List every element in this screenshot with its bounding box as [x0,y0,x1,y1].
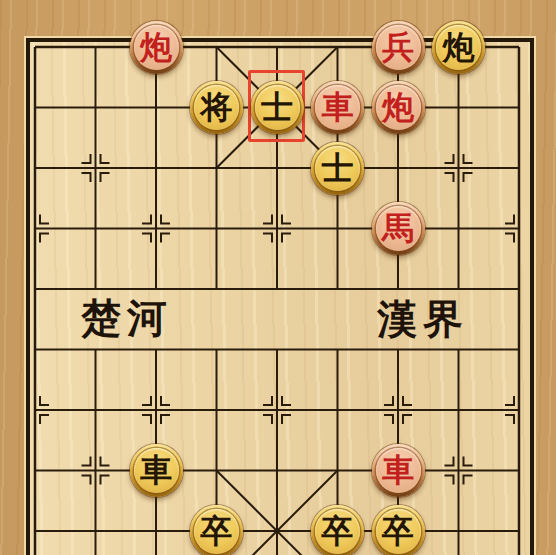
board-cell: 車 [368,440,429,501]
piece-character: 炮 [432,21,485,74]
piece-black-cannon[interactable]: 炮 [432,21,485,74]
piece-character: 士 [251,81,304,134]
piece-character: 馬 [372,202,425,255]
piece-red-horse[interactable]: 馬 [372,202,425,255]
piece-character: 車 [372,444,425,497]
piece-black-general[interactable]: 将 [190,81,243,134]
board-cell: 士 [307,138,368,199]
piece-red-soldier[interactable]: 兵 [372,21,425,74]
board-cell: 車 [307,77,368,138]
board-cell: 炮 [368,77,429,138]
piece-character: 将 [190,81,243,134]
piece-black-advisor[interactable]: 士 [311,142,364,195]
board-cell: 炮 [126,17,187,78]
piece-black-soldier[interactable]: 卒 [311,505,364,555]
board-cell: 兵 [368,17,429,78]
piece-black-soldier[interactable]: 卒 [372,505,425,555]
board-cell: 炮 [428,17,489,78]
board-cell: 車 [126,440,187,501]
pieces-layer: 炮兵炮将士車炮士馬車車卒卒卒 [5,17,550,555]
board-cell: 将 [186,77,247,138]
piece-black-advisor[interactable]: 士 [251,81,304,134]
board-cell: 卒 [186,501,247,555]
board-cell: 卒 [307,501,368,555]
xiangqi-board-screenshot: 楚河 漢界 炮兵炮将士車炮士馬車車卒卒卒 [0,0,556,555]
piece-black-chariot[interactable]: 車 [130,444,183,497]
piece-red-cannon[interactable]: 炮 [372,81,425,134]
piece-red-chariot[interactable]: 車 [372,444,425,497]
board-cell: 馬 [368,198,429,259]
piece-character: 炮 [130,21,183,74]
piece-character: 兵 [372,21,425,74]
piece-character: 卒 [190,505,243,555]
piece-character: 車 [130,444,183,497]
piece-character: 車 [311,81,364,134]
board-cell: 士 [247,77,308,138]
piece-character: 炮 [372,81,425,134]
board-cell: 卒 [368,501,429,555]
piece-character: 士 [311,142,364,195]
piece-character: 卒 [372,505,425,555]
piece-character: 卒 [311,505,364,555]
piece-red-cannon[interactable]: 炮 [130,21,183,74]
piece-black-soldier[interactable]: 卒 [190,505,243,555]
piece-red-chariot[interactable]: 車 [311,81,364,134]
